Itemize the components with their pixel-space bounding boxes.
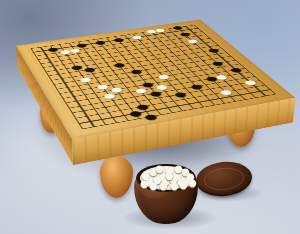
bowl-lid [194,159,253,199]
stone-black[interactable]: ● [127,109,144,117]
stone-black[interactable]: ● [142,112,159,121]
stone-bowl: ●●●●●●●●●●●●●●●●●●●●●● [134,164,198,224]
stone-white[interactable]: ● [101,92,117,100]
stone-white[interactable]: ● [109,86,125,93]
stone-white[interactable]: ● [153,83,169,90]
star-point [168,95,172,97]
stone-black[interactable]: ● [112,37,126,43]
stone-black[interactable]: ● [112,62,127,69]
stone-white[interactable]: ● [213,73,229,80]
bowl-stone-heap: ●●●●●●●●●●●●●●●●●●●●●● [140,166,192,190]
stone-white[interactable]: ● [217,88,234,96]
star-point [84,79,88,81]
stone-black[interactable]: ● [134,102,151,110]
photo-scene: ●●●●●●●●●●●●●●●●●●●●●●●●●●●●●●●●●●●●● ●●… [0,0,300,234]
stone-black[interactable]: ● [188,83,204,90]
stone-white[interactable]: ● [133,87,149,95]
stone-black[interactable]: ● [139,81,155,88]
stone-white[interactable]: ● [68,47,82,53]
stone-white[interactable]: ● [130,34,144,40]
stone-black[interactable]: ● [128,68,143,75]
bowl-stone: ● [165,171,174,181]
stone-black[interactable]: ● [209,60,225,67]
star-point [123,46,127,47]
bowl-stone: ● [149,181,158,191]
stone-black[interactable]: ● [147,90,163,98]
star-point [66,55,70,56]
stone-black[interactable]: ● [93,40,107,46]
star-point [229,85,233,87]
stone-black[interactable]: ● [206,47,221,53]
bowl-stone: ● [159,181,168,191]
star-point [144,69,148,71]
bowl-stone: ● [188,178,197,188]
stone-black[interactable]: ● [170,25,184,30]
bowl-stone: ● [170,181,179,191]
bowl-stone: ● [140,179,149,189]
bowl-stone: ● [174,164,183,174]
star-point [202,60,206,62]
star-point [104,106,108,108]
stone-white[interactable]: ● [78,76,93,83]
stone-white[interactable]: ● [156,73,172,80]
bowl-stone: ● [179,180,188,190]
stone-white[interactable]: ● [95,83,110,90]
bowl-stone: ● [155,164,164,174]
stone-white[interactable]: ● [185,38,199,44]
stone-white[interactable]: ● [242,79,259,86]
stone-black[interactable]: ● [172,91,189,99]
stone-black[interactable]: ● [82,66,97,73]
goban: ●●●●●●●●●●●●●●●●●●●●●●●●●●●●●●●●●●●●● [16,20,296,139]
star-point [178,38,182,39]
stone-black[interactable]: ● [178,31,192,37]
stone-black[interactable]: ● [228,66,244,73]
stone-black[interactable]: ● [203,75,219,82]
